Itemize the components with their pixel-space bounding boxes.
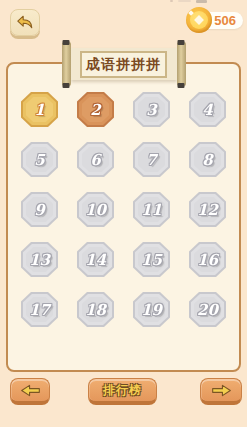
- status-bar-remnant: [170, 0, 207, 3]
- coin-counter[interactable]: 506: [186, 7, 243, 33]
- title-box: 成语拼拼拼: [80, 51, 167, 78]
- level-number: 3: [133, 92, 170, 127]
- level-number: 1: [21, 92, 58, 127]
- scroll-roller-right: [177, 42, 186, 86]
- level-number: 11: [133, 192, 170, 227]
- right-arrow-icon: [211, 384, 232, 397]
- next-page-button[interactable]: [200, 378, 242, 405]
- left-arrow-icon: [20, 384, 41, 397]
- level-number: 2: [77, 92, 114, 127]
- level-button-19[interactable]: 19: [133, 292, 170, 327]
- level-number: 15: [133, 242, 170, 277]
- level-button-8[interactable]: 8: [189, 142, 226, 177]
- level-number: 17: [21, 292, 58, 327]
- coin-icon: [186, 7, 212, 33]
- level-button-7[interactable]: 7: [133, 142, 170, 177]
- leaderboard-button[interactable]: 排行榜: [88, 378, 157, 405]
- level-button-13[interactable]: 13: [21, 242, 58, 277]
- level-number: 10: [77, 192, 114, 227]
- level-button-9[interactable]: 9: [21, 192, 58, 227]
- back-button[interactable]: [10, 9, 40, 36]
- level-button-14[interactable]: 14: [77, 242, 114, 277]
- title-banner: 成语拼拼拼: [62, 42, 186, 86]
- scroll-roller-left: [62, 42, 71, 86]
- level-button-5[interactable]: 5: [21, 142, 58, 177]
- level-number: 6: [77, 142, 114, 177]
- banner-parchment: 成语拼拼拼: [71, 48, 177, 80]
- level-grid: 1234567891011121314151617181920: [8, 92, 239, 327]
- level-button-1[interactable]: 1: [21, 92, 58, 127]
- level-number: 5: [21, 142, 58, 177]
- level-button-16[interactable]: 16: [189, 242, 226, 277]
- level-number: 16: [189, 242, 226, 277]
- level-number: 19: [133, 292, 170, 327]
- level-number: 12: [189, 192, 226, 227]
- level-button-17[interactable]: 17: [21, 292, 58, 327]
- level-number: 18: [77, 292, 114, 327]
- back-arrow-icon: [16, 15, 34, 30]
- coin-amount: 506: [214, 13, 236, 28]
- level-button-20[interactable]: 20: [189, 292, 226, 327]
- level-button-15[interactable]: 15: [133, 242, 170, 277]
- level-button-3[interactable]: 3: [133, 92, 170, 127]
- level-button-2[interactable]: 2: [77, 92, 114, 127]
- level-panel: 1234567891011121314151617181920: [6, 62, 241, 372]
- level-button-10[interactable]: 10: [77, 192, 114, 227]
- level-button-4[interactable]: 4: [189, 92, 226, 127]
- level-button-11[interactable]: 11: [133, 192, 170, 227]
- prev-page-button[interactable]: [10, 378, 50, 405]
- level-number: 8: [189, 142, 226, 177]
- level-number: 20: [189, 292, 226, 327]
- level-select-screen: { "game": "成语拼拼拼 (Chinese idiom puzzle) …: [0, 0, 247, 427]
- leaderboard-label: 排行榜: [103, 382, 142, 399]
- level-number: 13: [21, 242, 58, 277]
- level-button-12[interactable]: 12: [189, 192, 226, 227]
- level-number: 4: [189, 92, 226, 127]
- level-number: 14: [77, 242, 114, 277]
- level-button-18[interactable]: 18: [77, 292, 114, 327]
- level-number: 7: [133, 142, 170, 177]
- page-title: 成语拼拼拼: [86, 56, 161, 72]
- level-button-6[interactable]: 6: [77, 142, 114, 177]
- level-number: 9: [21, 192, 58, 227]
